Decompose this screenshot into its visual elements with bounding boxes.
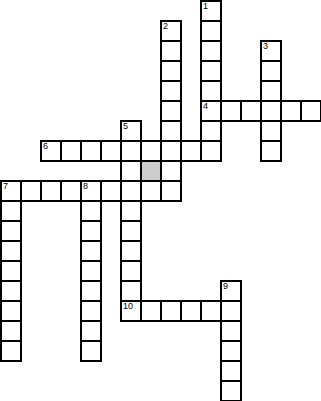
crossword-cell-r7c6[interactable] <box>121 141 141 161</box>
crossword-cell-r11c6[interactable] <box>121 221 141 241</box>
crossword-cell-r2c13[interactable]: 3 <box>261 41 281 61</box>
crossword-cell-r9c3[interactable] <box>61 181 81 201</box>
crossword-cell-r9c1[interactable] <box>21 181 41 201</box>
crossword-cell-r2c10[interactable] <box>201 41 221 61</box>
crossword-cell-r16c4[interactable] <box>81 321 101 341</box>
crossword-cell-r2c8[interactable] <box>161 41 181 61</box>
crossword-cell-r15c9[interactable] <box>181 301 201 321</box>
crossword-cell-r6c8[interactable] <box>161 121 181 141</box>
crossword-cell-r19c11[interactable] <box>221 381 241 401</box>
crossword-cell-r4c13[interactable] <box>261 81 281 101</box>
clue-number: 4 <box>203 101 208 111</box>
crossword-cell-r1c8[interactable]: 2 <box>161 21 181 41</box>
crossword-cell-r6c10[interactable] <box>201 121 221 141</box>
crossword-cell-r15c10[interactable] <box>201 301 221 321</box>
crossword-cell-r9c0[interactable]: 7 <box>1 181 21 201</box>
crossword-cell-r17c0[interactable] <box>1 341 21 361</box>
crossword-cell-r13c4[interactable] <box>81 261 101 281</box>
crossword-cell-r9c6[interactable] <box>121 181 141 201</box>
crossword-cell-r0c10[interactable]: 1 <box>201 1 221 21</box>
crossword-cell-r15c7[interactable] <box>141 301 161 321</box>
crossword-cell-r5c11[interactable] <box>221 101 241 121</box>
crossword-cell-r8c6[interactable] <box>121 161 141 181</box>
crossword-cell-r9c7[interactable] <box>141 181 161 201</box>
crossword-cell-r7c13[interactable] <box>261 141 281 161</box>
crossword-cell-r4c10[interactable] <box>201 81 221 101</box>
crossword-cell-r14c6[interactable] <box>121 281 141 301</box>
crossword-cell-r16c0[interactable] <box>1 321 21 341</box>
crossword-cell-r7c10[interactable] <box>201 141 221 161</box>
clue-number: 8 <box>83 181 88 191</box>
crossword-cell-r15c8[interactable] <box>161 301 181 321</box>
crossword-cell-r14c11[interactable]: 9 <box>221 281 241 301</box>
crossword-cell-r5c12[interactable] <box>241 101 261 121</box>
crossword-cell-r11c4[interactable] <box>81 221 101 241</box>
crossword-cell-r7c5[interactable] <box>101 141 121 161</box>
crossword-cell-r15c4[interactable] <box>81 301 101 321</box>
clue-number: 2 <box>163 21 168 31</box>
crossword-cell-r3c13[interactable] <box>261 61 281 81</box>
crossword-cell-r8c8[interactable] <box>161 161 181 181</box>
crossword-cell-r6c6[interactable]: 5 <box>121 121 141 141</box>
crossword-cell-r7c4[interactable] <box>81 141 101 161</box>
crossword-cell-r18c11[interactable] <box>221 361 241 381</box>
clue-number: 3 <box>263 41 268 51</box>
clue-number: 1 <box>203 1 208 11</box>
crossword-cell-r5c10[interactable]: 4 <box>201 101 221 121</box>
crossword-cell-r13c6[interactable] <box>121 261 141 281</box>
clue-number: 10 <box>123 301 133 311</box>
clue-number: 6 <box>43 141 48 151</box>
crossword-cell-r14c4[interactable] <box>81 281 101 301</box>
crossword-cell-r5c13[interactable] <box>261 101 281 121</box>
crossword-cell-r11c0[interactable] <box>1 221 21 241</box>
crossword-cell-r15c0[interactable] <box>1 301 21 321</box>
crossword-cell-r3c10[interactable] <box>201 61 221 81</box>
crossword-cell-r10c4[interactable] <box>81 201 101 221</box>
crossword-cell-r7c2[interactable]: 6 <box>41 141 61 161</box>
crossword-cell-r13c0[interactable] <box>1 261 21 281</box>
crossword-board: 12345678910 <box>0 0 321 401</box>
crossword-cell-r17c11[interactable] <box>221 341 241 361</box>
crossword-cell-r7c3[interactable] <box>61 141 81 161</box>
clue-number: 7 <box>3 181 8 191</box>
clue-number: 5 <box>123 121 128 131</box>
crossword-cell-r5c14[interactable] <box>281 101 301 121</box>
crossword-cell-r12c6[interactable] <box>121 241 141 261</box>
crossword-cell-r9c4[interactable]: 8 <box>81 181 101 201</box>
crossword-cell-r14c0[interactable] <box>1 281 21 301</box>
crossword-cell-r5c8[interactable] <box>161 101 181 121</box>
crossword-cell-r12c4[interactable] <box>81 241 101 261</box>
crossword-cell-r16c11[interactable] <box>221 321 241 341</box>
crossword-cell-r7c8[interactable] <box>161 141 181 161</box>
crossword-cell-r5c15[interactable] <box>301 101 321 121</box>
crossword-cell-r10c6[interactable] <box>121 201 141 221</box>
crossword-cell-r9c2[interactable] <box>41 181 61 201</box>
crossword-cell-r7c7[interactable] <box>141 141 161 161</box>
crossword-cell-r4c8[interactable] <box>161 81 181 101</box>
crossword-cell-r9c5[interactable] <box>101 181 121 201</box>
crossword-cell-r15c6[interactable]: 10 <box>121 301 141 321</box>
crossword-cell-r15c11[interactable] <box>221 301 241 321</box>
crossword-cell-r17c4[interactable] <box>81 341 101 361</box>
crossword-cell-r10c0[interactable] <box>1 201 21 221</box>
crossword-cell-r12c0[interactable] <box>1 241 21 261</box>
selected-cell[interactable] <box>141 161 161 181</box>
crossword-cell-r7c9[interactable] <box>181 141 201 161</box>
clue-number: 9 <box>223 281 228 291</box>
crossword-cell-r9c8[interactable] <box>161 181 181 201</box>
crossword-cell-r1c10[interactable] <box>201 21 221 41</box>
crossword-cell-r6c13[interactable] <box>261 121 281 141</box>
crossword-cell-r3c8[interactable] <box>161 61 181 81</box>
